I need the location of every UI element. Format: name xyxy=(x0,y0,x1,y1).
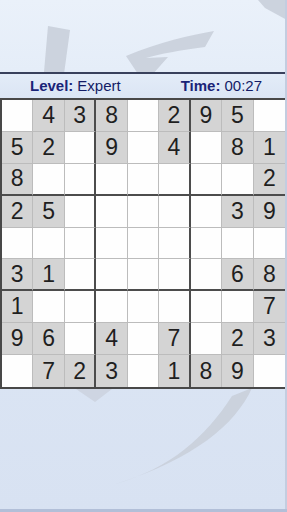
cell-r7c6[interactable] xyxy=(159,291,190,323)
cell-r7c2[interactable] xyxy=(33,291,64,323)
cell-r7c1[interactable]: 1 xyxy=(2,291,33,323)
cell-r3c5[interactable] xyxy=(128,164,159,196)
cell-r2c7[interactable] xyxy=(191,132,222,164)
cell-r9c3[interactable]: 2 xyxy=(65,355,96,387)
watermark-stroke-hook xyxy=(116,388,252,484)
cell-r2c9[interactable]: 1 xyxy=(254,132,285,164)
cell-r5c9[interactable] xyxy=(254,228,285,260)
cell-r9c1[interactable] xyxy=(2,355,33,387)
cell-r3c4[interactable] xyxy=(96,164,127,196)
sudoku-app-screen: Level:Expert Time:00:27 4382955294818225… xyxy=(0,0,287,512)
cell-r5c2[interactable] xyxy=(33,228,64,260)
cell-r2c3[interactable] xyxy=(65,132,96,164)
cell-r1c2[interactable]: 4 xyxy=(33,100,64,132)
cell-r8c3[interactable] xyxy=(65,323,96,355)
watermark-stroke-vertical xyxy=(44,26,70,74)
screen-right-edge xyxy=(285,0,287,512)
cell-r4c3[interactable] xyxy=(65,196,96,228)
time-label: Time: xyxy=(181,77,221,94)
cell-r2c6[interactable]: 4 xyxy=(159,132,190,164)
cell-r8c2[interactable]: 6 xyxy=(33,323,64,355)
cell-r2c4[interactable]: 9 xyxy=(96,132,127,164)
watermark-stroke-corner xyxy=(258,0,287,20)
level-label: Level: xyxy=(30,77,73,94)
cell-r6c9[interactable]: 8 xyxy=(254,259,285,291)
cell-r4c7[interactable] xyxy=(191,196,222,228)
cell-r7c9[interactable]: 7 xyxy=(254,291,285,323)
cell-r8c8[interactable]: 2 xyxy=(222,323,253,355)
cell-r6c6[interactable] xyxy=(159,259,190,291)
cell-r3c9[interactable]: 2 xyxy=(254,164,285,196)
time-value: 00:27 xyxy=(224,77,262,94)
cell-r9c6[interactable]: 1 xyxy=(159,355,190,387)
cell-r6c3[interactable] xyxy=(65,259,96,291)
cell-r6c1[interactable]: 3 xyxy=(2,259,33,291)
cell-r7c3[interactable] xyxy=(65,291,96,323)
watermark-stroke-wing xyxy=(126,31,214,75)
cell-r9c7[interactable]: 8 xyxy=(191,355,222,387)
cell-r5c1[interactable] xyxy=(2,228,33,260)
cell-r1c5[interactable] xyxy=(128,100,159,132)
cell-r4c6[interactable] xyxy=(159,196,190,228)
cell-r3c8[interactable] xyxy=(222,164,253,196)
cell-r6c2[interactable]: 1 xyxy=(33,259,64,291)
cell-r1c3[interactable]: 3 xyxy=(65,100,96,132)
cell-r8c5[interactable] xyxy=(128,323,159,355)
cell-r2c1[interactable]: 5 xyxy=(2,132,33,164)
cell-r2c2[interactable]: 2 xyxy=(33,132,64,164)
cell-r8c4[interactable]: 4 xyxy=(96,323,127,355)
cell-r1c7[interactable]: 9 xyxy=(191,100,222,132)
cell-r5c4[interactable] xyxy=(96,228,127,260)
cell-r5c8[interactable] xyxy=(222,228,253,260)
cell-r6c7[interactable] xyxy=(191,259,222,291)
watermark-stroke-tail xyxy=(76,389,112,402)
info-bar: Level:Expert Time:00:27 xyxy=(0,74,287,98)
cell-r4c5[interactable] xyxy=(128,196,159,228)
cell-r2c8[interactable]: 8 xyxy=(222,132,253,164)
cell-r5c3[interactable] xyxy=(65,228,96,260)
cell-r4c2[interactable]: 5 xyxy=(33,196,64,228)
cell-r9c2[interactable]: 7 xyxy=(33,355,64,387)
cell-r3c2[interactable] xyxy=(33,164,64,196)
cell-r1c8[interactable]: 5 xyxy=(222,100,253,132)
cell-r4c1[interactable]: 2 xyxy=(2,196,33,228)
time-indicator: Time:00:27 xyxy=(181,74,262,98)
cell-r4c4[interactable] xyxy=(96,196,127,228)
cell-r9c4[interactable]: 3 xyxy=(96,355,127,387)
cell-r6c4[interactable] xyxy=(96,259,127,291)
cell-r8c7[interactable] xyxy=(191,323,222,355)
cell-r3c7[interactable] xyxy=(191,164,222,196)
cell-r1c9[interactable] xyxy=(254,100,285,132)
sudoku-board: 438295529481822539316817964723723189 xyxy=(0,98,287,389)
level-value: Expert xyxy=(77,77,120,94)
cell-r3c3[interactable] xyxy=(65,164,96,196)
cell-r9c5[interactable] xyxy=(128,355,159,387)
cell-r6c8[interactable]: 6 xyxy=(222,259,253,291)
cell-r8c6[interactable]: 7 xyxy=(159,323,190,355)
cell-r2c5[interactable] xyxy=(128,132,159,164)
cell-r1c4[interactable]: 8 xyxy=(96,100,127,132)
cell-r6c5[interactable] xyxy=(128,259,159,291)
cell-r3c6[interactable] xyxy=(159,164,190,196)
cell-r1c1[interactable] xyxy=(2,100,33,132)
cell-r5c7[interactable] xyxy=(191,228,222,260)
cell-r5c6[interactable] xyxy=(159,228,190,260)
cell-r1c6[interactable]: 2 xyxy=(159,100,190,132)
level-indicator: Level:Expert xyxy=(30,74,121,98)
cell-r5c5[interactable] xyxy=(128,228,159,260)
cell-r8c9[interactable]: 3 xyxy=(254,323,285,355)
cell-r9c9[interactable] xyxy=(254,355,285,387)
cell-r8c1[interactable]: 9 xyxy=(2,323,33,355)
cell-r7c5[interactable] xyxy=(128,291,159,323)
cell-r7c4[interactable] xyxy=(96,291,127,323)
cell-r9c8[interactable]: 9 xyxy=(222,355,253,387)
cell-r7c7[interactable] xyxy=(191,291,222,323)
cell-r3c1[interactable]: 8 xyxy=(2,164,33,196)
cell-r4c8[interactable]: 3 xyxy=(222,196,253,228)
cell-r4c9[interactable]: 9 xyxy=(254,196,285,228)
cell-r7c8[interactable] xyxy=(222,291,253,323)
